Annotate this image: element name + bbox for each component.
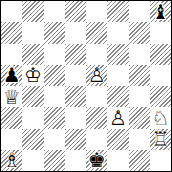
- square-g4[interactable]: [129, 86, 150, 107]
- square-c5[interactable]: [44, 65, 65, 86]
- piece-white-king: ♚♔: [24, 65, 42, 85]
- square-c8[interactable]: [44, 1, 65, 22]
- square-h7[interactable]: [150, 22, 171, 43]
- square-c6[interactable]: [44, 44, 65, 65]
- square-h3[interactable]: ♞♘: [150, 107, 171, 128]
- square-e7[interactable]: [86, 22, 107, 43]
- square-d5[interactable]: [65, 65, 86, 86]
- square-e6[interactable]: [86, 44, 107, 65]
- square-g7[interactable]: [129, 22, 150, 43]
- square-f5[interactable]: [107, 65, 128, 86]
- square-h2[interactable]: ♜♖: [150, 129, 171, 150]
- square-e2[interactable]: [86, 129, 107, 150]
- square-g2[interactable]: [129, 129, 150, 150]
- square-a8[interactable]: [1, 1, 22, 22]
- piece-white-pawn: ♟♙: [88, 65, 106, 85]
- square-g5[interactable]: [129, 65, 150, 86]
- square-c2[interactable]: [44, 129, 65, 150]
- square-a5[interactable]: ♟: [1, 65, 22, 86]
- square-h5[interactable]: [150, 65, 171, 86]
- piece-white-knight: ♞♘: [151, 108, 169, 128]
- square-h8[interactable]: ♝: [150, 1, 171, 22]
- square-f3[interactable]: ♟♙: [107, 107, 128, 128]
- piece-black-pawn: ♟: [3, 65, 21, 85]
- square-g1[interactable]: [129, 150, 150, 171]
- piece-white-rook: ♜♖: [151, 129, 169, 149]
- square-a2[interactable]: [1, 129, 22, 150]
- square-f6[interactable]: [107, 44, 128, 65]
- square-e5[interactable]: ♟♙: [86, 65, 107, 86]
- square-b1[interactable]: [22, 150, 43, 171]
- piece-white-queen: ♛♕: [3, 87, 21, 107]
- square-b3[interactable]: [22, 107, 43, 128]
- square-h4[interactable]: [150, 86, 171, 107]
- square-f2[interactable]: [107, 129, 128, 150]
- square-g8[interactable]: [129, 1, 150, 22]
- square-f8[interactable]: [107, 1, 128, 22]
- square-b5[interactable]: ♚♔: [22, 65, 43, 86]
- square-b6[interactable]: [22, 44, 43, 65]
- square-b4[interactable]: [22, 86, 43, 107]
- square-a1[interactable]: ♝♗: [1, 150, 22, 171]
- piece-white-pawn: ♟♙: [109, 108, 127, 128]
- square-d3[interactable]: [65, 107, 86, 128]
- square-g3[interactable]: [129, 107, 150, 128]
- square-d6[interactable]: [65, 44, 86, 65]
- square-g6[interactable]: [129, 44, 150, 65]
- square-a6[interactable]: [1, 44, 22, 65]
- square-b7[interactable]: [22, 22, 43, 43]
- chess-board: ♝♟♚♔♟♙♛♕♟♙♞♘♜♖♝♗♚: [0, 0, 172, 172]
- square-d1[interactable]: [65, 150, 86, 171]
- square-d2[interactable]: [65, 129, 86, 150]
- square-d7[interactable]: [65, 22, 86, 43]
- square-h1[interactable]: [150, 150, 171, 171]
- square-f7[interactable]: [107, 22, 128, 43]
- piece-black-bishop: ♝: [151, 2, 169, 22]
- square-h6[interactable]: [150, 44, 171, 65]
- square-e1[interactable]: ♚: [86, 150, 107, 171]
- square-d4[interactable]: [65, 86, 86, 107]
- square-c4[interactable]: [44, 86, 65, 107]
- square-c3[interactable]: [44, 107, 65, 128]
- square-f4[interactable]: [107, 86, 128, 107]
- square-c7[interactable]: [44, 22, 65, 43]
- square-e3[interactable]: [86, 107, 107, 128]
- square-e4[interactable]: [86, 86, 107, 107]
- square-a7[interactable]: [1, 22, 22, 43]
- square-a3[interactable]: [1, 107, 22, 128]
- piece-white-bishop: ♝♗: [3, 150, 21, 170]
- square-c1[interactable]: [44, 150, 65, 171]
- square-b8[interactable]: [22, 1, 43, 22]
- square-a4[interactable]: ♛♕: [1, 86, 22, 107]
- square-b2[interactable]: [22, 129, 43, 150]
- piece-black-king: ♚: [88, 150, 106, 170]
- square-d8[interactable]: [65, 1, 86, 22]
- square-e8[interactable]: [86, 1, 107, 22]
- square-f1[interactable]: [107, 150, 128, 171]
